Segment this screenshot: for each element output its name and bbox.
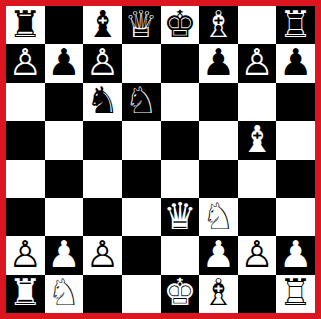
- square-a8[interactable]: ♜: [6, 6, 45, 44]
- square-d2[interactable]: [122, 236, 161, 274]
- square-b5[interactable]: [45, 121, 84, 159]
- board-frame: ♜♝♕♚♗♖♙♟♙♟♙♟♞♘♝♛♘♙♟♙♟♙♟♜♘♚♗♖: [0, 0, 321, 319]
- square-h3[interactable]: [276, 198, 315, 236]
- square-e2[interactable]: [161, 236, 200, 274]
- black-pawn-piece[interactable]: ♙: [9, 44, 42, 81]
- square-d5[interactable]: [122, 121, 161, 159]
- black-bishop-piece[interactable]: ♗: [202, 6, 235, 43]
- square-d8[interactable]: ♕: [122, 6, 161, 44]
- square-e3[interactable]: ♛: [161, 198, 200, 236]
- square-g5[interactable]: ♝: [238, 121, 277, 159]
- square-c7[interactable]: ♙: [83, 44, 122, 82]
- black-pawn-piece[interactable]: ♟: [47, 44, 80, 81]
- black-pawn-piece[interactable]: ♙: [86, 44, 119, 81]
- square-e5[interactable]: [161, 121, 200, 159]
- white-pawn-piece[interactable]: ♙: [240, 236, 273, 273]
- square-b1[interactable]: ♘: [45, 275, 84, 313]
- square-e8[interactable]: ♚: [161, 6, 200, 44]
- square-d6[interactable]: ♘: [122, 83, 161, 121]
- square-b4[interactable]: [45, 160, 84, 198]
- square-g7[interactable]: ♙: [238, 44, 277, 82]
- white-king-piece[interactable]: ♚: [163, 275, 196, 312]
- white-pawn-piece[interactable]: ♙: [86, 236, 119, 273]
- square-a5[interactable]: [6, 121, 45, 159]
- white-rook-piece[interactable]: ♖: [279, 275, 312, 312]
- black-rook-piece[interactable]: ♖: [279, 6, 312, 43]
- white-rook-piece[interactable]: ♜: [9, 275, 42, 312]
- square-e7[interactable]: [161, 44, 200, 82]
- square-c3[interactable]: [83, 198, 122, 236]
- square-b6[interactable]: [45, 83, 84, 121]
- square-d4[interactable]: [122, 160, 161, 198]
- square-h2[interactable]: ♟: [276, 236, 315, 274]
- square-g8[interactable]: [238, 6, 277, 44]
- square-a2[interactable]: ♙: [6, 236, 45, 274]
- square-a6[interactable]: [6, 83, 45, 121]
- square-h1[interactable]: ♖: [276, 275, 315, 313]
- square-d7[interactable]: [122, 44, 161, 82]
- square-f1[interactable]: ♗: [199, 275, 238, 313]
- black-pawn-piece[interactable]: ♟: [279, 44, 312, 81]
- white-queen-piece[interactable]: ♛: [163, 198, 196, 235]
- black-pawn-piece[interactable]: ♙: [240, 44, 273, 81]
- black-knight-piece[interactable]: ♘: [125, 83, 158, 120]
- square-g4[interactable]: [238, 160, 277, 198]
- black-pawn-piece[interactable]: ♟: [202, 44, 235, 81]
- square-a1[interactable]: ♜: [6, 275, 45, 313]
- square-h8[interactable]: ♖: [276, 6, 315, 44]
- square-g2[interactable]: ♙: [238, 236, 277, 274]
- white-pawn-piece[interactable]: ♙: [9, 236, 42, 273]
- black-rook-piece[interactable]: ♜: [9, 6, 42, 43]
- square-g3[interactable]: [238, 198, 277, 236]
- square-c4[interactable]: [83, 160, 122, 198]
- square-h4[interactable]: [276, 160, 315, 198]
- square-c6[interactable]: ♞: [83, 83, 122, 121]
- white-pawn-piece[interactable]: ♟: [279, 236, 312, 273]
- square-g1[interactable]: [238, 275, 277, 313]
- square-e1[interactable]: ♚: [161, 275, 200, 313]
- black-knight-piece[interactable]: ♞: [86, 83, 119, 120]
- square-b2[interactable]: ♟: [45, 236, 84, 274]
- square-h5[interactable]: [276, 121, 315, 159]
- white-pawn-piece[interactable]: ♟: [47, 236, 80, 273]
- square-f7[interactable]: ♟: [199, 44, 238, 82]
- square-f2[interactable]: ♟: [199, 236, 238, 274]
- square-a4[interactable]: [6, 160, 45, 198]
- square-c5[interactable]: [83, 121, 122, 159]
- square-f5[interactable]: [199, 121, 238, 159]
- white-bishop-piece[interactable]: ♝: [240, 121, 273, 158]
- square-d3[interactable]: [122, 198, 161, 236]
- black-queen-piece[interactable]: ♕: [125, 6, 158, 43]
- square-f3[interactable]: ♘: [199, 198, 238, 236]
- white-bishop-piece[interactable]: ♗: [202, 275, 235, 312]
- black-bishop-piece[interactable]: ♝: [86, 6, 119, 43]
- square-h7[interactable]: ♟: [276, 44, 315, 82]
- black-king-piece[interactable]: ♚: [163, 6, 196, 43]
- white-knight-piece[interactable]: ♘: [47, 275, 80, 312]
- square-c2[interactable]: ♙: [83, 236, 122, 274]
- square-b3[interactable]: [45, 198, 84, 236]
- square-f8[interactable]: ♗: [199, 6, 238, 44]
- square-b8[interactable]: [45, 6, 84, 44]
- square-f4[interactable]: [199, 160, 238, 198]
- square-d1[interactable]: [122, 275, 161, 313]
- square-a7[interactable]: ♙: [6, 44, 45, 82]
- white-knight-piece[interactable]: ♘: [202, 198, 235, 235]
- square-a3[interactable]: [6, 198, 45, 236]
- square-b7[interactable]: ♟: [45, 44, 84, 82]
- square-g6[interactable]: [238, 83, 277, 121]
- square-c8[interactable]: ♝: [83, 6, 122, 44]
- square-e4[interactable]: [161, 160, 200, 198]
- chess-board: ♜♝♕♚♗♖♙♟♙♟♙♟♞♘♝♛♘♙♟♙♟♙♟♜♘♚♗♖: [6, 6, 315, 313]
- square-f6[interactable]: [199, 83, 238, 121]
- square-c1[interactable]: [83, 275, 122, 313]
- white-pawn-piece[interactable]: ♟: [202, 236, 235, 273]
- square-e6[interactable]: [161, 83, 200, 121]
- square-h6[interactable]: [276, 83, 315, 121]
